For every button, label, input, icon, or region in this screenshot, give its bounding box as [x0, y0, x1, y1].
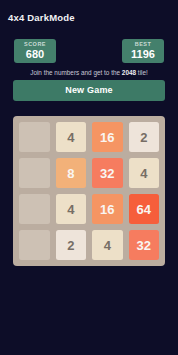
- tile-64: 64: [129, 194, 160, 224]
- tile-16: 16: [92, 194, 123, 224]
- best-label: BEST: [135, 42, 152, 48]
- empty-cell: [19, 194, 50, 224]
- tile-2: 2: [129, 122, 160, 152]
- tile-16: 16: [92, 122, 123, 152]
- tile-32: 32: [129, 230, 160, 260]
- tile-8: 8: [56, 158, 87, 188]
- tile-2: 2: [56, 230, 87, 260]
- tile-4: 4: [92, 230, 123, 260]
- empty-cell: [19, 158, 50, 188]
- tile-4: 4: [56, 122, 87, 152]
- score-box: SCORE 680: [14, 39, 56, 63]
- best-value: 1196: [131, 49, 155, 60]
- app-bar: 4x4 DarkMode: [0, 0, 178, 24]
- score-row: SCORE 680 BEST 1196: [0, 39, 178, 63]
- tile-4: 4: [129, 158, 160, 188]
- score-value: 680: [26, 49, 44, 60]
- new-game-button[interactable]: New Game: [13, 80, 165, 101]
- tile-4: 4: [56, 194, 87, 224]
- instruction-goal-tile: 2048: [122, 69, 136, 76]
- tile-32: 32: [92, 158, 123, 188]
- game-board[interactable]: 41628324416642432: [13, 116, 165, 266]
- empty-cell: [19, 230, 50, 260]
- app-root: 4x4 DarkMode SCORE 680 BEST 1196 Join th…: [0, 0, 178, 355]
- score-label: SCORE: [24, 42, 46, 48]
- empty-cell: [19, 122, 50, 152]
- app-title: 4x4 DarkMode: [8, 12, 75, 23]
- instruction-text: Join the numbers and get to the 2048 til…: [0, 69, 178, 76]
- best-box: BEST 1196: [122, 39, 164, 63]
